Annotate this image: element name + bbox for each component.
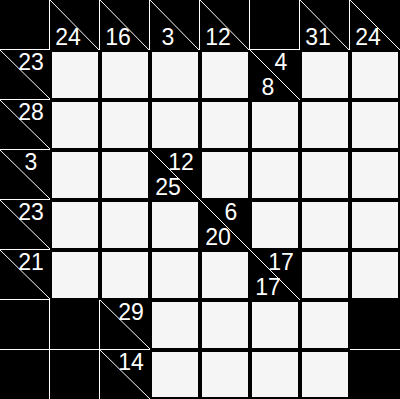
kakuro-board: 2416312312423482831225236202117172914 xyxy=(0,0,400,399)
entry-cell-r6c5[interactable] xyxy=(250,300,300,350)
entry-cell-r3c6[interactable] xyxy=(300,150,350,200)
entry-cell-r1c6[interactable] xyxy=(300,50,350,100)
across-clue-r7c2: 14 xyxy=(114,351,148,374)
entry-cell-r2c3[interactable] xyxy=(150,100,200,150)
entry-cell-r2c4[interactable] xyxy=(200,100,250,150)
down-clue-r0c2: 16 xyxy=(101,26,135,49)
clue-cell-r3c3: 1225 xyxy=(150,150,200,200)
entry-cell-r2c5[interactable] xyxy=(250,100,300,150)
entry-cell-r5c3[interactable] xyxy=(150,250,200,300)
entry-cell-r4c5[interactable] xyxy=(250,200,300,250)
entry-cell-r3c2[interactable] xyxy=(100,150,150,200)
clue-cell-r4c4: 620 xyxy=(200,200,250,250)
clue-cell-r0c4: 12 xyxy=(200,0,250,50)
entry-cell-r4c1[interactable] xyxy=(50,200,100,250)
across-clue-r2c0: 28 xyxy=(14,101,48,124)
across-clue-r4c0: 23 xyxy=(14,201,48,224)
entry-cell-r7c5[interactable] xyxy=(250,350,300,399)
across-clue-r4c4: 6 xyxy=(214,201,248,224)
entry-cell-r7c4[interactable] xyxy=(200,350,250,399)
block-cell-r6c0 xyxy=(0,300,50,350)
entry-cell-r5c7[interactable] xyxy=(350,250,400,300)
entry-cell-r1c2[interactable] xyxy=(100,50,150,100)
entry-cell-r4c7[interactable] xyxy=(350,200,400,250)
clue-cell-r0c7: 24 xyxy=(350,0,400,50)
entry-cell-r5c4[interactable] xyxy=(200,250,250,300)
entry-cell-r3c5[interactable] xyxy=(250,150,300,200)
block-cell-r0c5 xyxy=(250,0,300,50)
entry-cell-r6c6[interactable] xyxy=(300,300,350,350)
entry-cell-r4c3[interactable] xyxy=(150,200,200,250)
clue-cell-r1c0: 23 xyxy=(0,50,50,100)
entry-cell-r4c6[interactable] xyxy=(300,200,350,250)
entry-cell-r2c1[interactable] xyxy=(50,100,100,150)
down-clue-r0c7: 24 xyxy=(351,26,385,49)
block-cell-r7c1 xyxy=(50,350,100,399)
down-clue-r0c4: 12 xyxy=(201,26,235,49)
block-cell-r6c1 xyxy=(50,300,100,350)
entry-cell-r6c4[interactable] xyxy=(200,300,250,350)
entry-cell-r6c3[interactable] xyxy=(150,300,200,350)
block-cell-r6c7 xyxy=(350,300,400,350)
down-clue-r0c6: 31 xyxy=(301,26,335,49)
clue-cell-r4c0: 23 xyxy=(0,200,50,250)
entry-cell-r2c6[interactable] xyxy=(300,100,350,150)
clue-cell-r0c3: 3 xyxy=(150,0,200,50)
entry-cell-r1c3[interactable] xyxy=(150,50,200,100)
entry-cell-r5c6[interactable] xyxy=(300,250,350,300)
entry-cell-r1c1[interactable] xyxy=(50,50,100,100)
entry-cell-r5c2[interactable] xyxy=(100,250,150,300)
entry-cell-r3c1[interactable] xyxy=(50,150,100,200)
down-clue-r0c1: 24 xyxy=(51,26,85,49)
across-clue-r5c5: 17 xyxy=(264,251,298,274)
entry-cell-r1c4[interactable] xyxy=(200,50,250,100)
down-clue-r0c3: 3 xyxy=(151,26,185,49)
block-cell-r0c0 xyxy=(0,0,50,50)
clue-cell-r2c0: 28 xyxy=(0,100,50,150)
block-cell-r7c7 xyxy=(350,350,400,399)
across-clue-r3c3: 12 xyxy=(164,151,198,174)
clue-cell-r0c2: 16 xyxy=(100,0,150,50)
clue-cell-r6c2: 29 xyxy=(100,300,150,350)
entry-cell-r5c1[interactable] xyxy=(50,250,100,300)
clue-cell-r0c6: 31 xyxy=(300,0,350,50)
entry-cell-r2c2[interactable] xyxy=(100,100,150,150)
across-clue-r5c0: 21 xyxy=(14,251,48,274)
entry-cell-r3c4[interactable] xyxy=(200,150,250,200)
entry-cell-r4c2[interactable] xyxy=(100,200,150,250)
entry-cell-r7c3[interactable] xyxy=(150,350,200,399)
down-clue-r4c4: 20 xyxy=(201,226,235,249)
entry-cell-r2c7[interactable] xyxy=(350,100,400,150)
entry-cell-r3c7[interactable] xyxy=(350,150,400,200)
clue-cell-r5c0: 21 xyxy=(0,250,50,300)
across-clue-r1c0: 23 xyxy=(14,51,48,74)
entry-cell-r1c7[interactable] xyxy=(350,50,400,100)
clue-cell-r0c1: 24 xyxy=(50,0,100,50)
across-clue-r1c5: 4 xyxy=(264,51,298,74)
down-clue-r1c5: 8 xyxy=(251,76,285,99)
block-cell-r7c0 xyxy=(0,350,50,399)
clue-cell-r3c0: 3 xyxy=(0,150,50,200)
clue-cell-r1c5: 48 xyxy=(250,50,300,100)
down-clue-r5c5: 17 xyxy=(251,276,285,299)
clue-cell-r7c2: 14 xyxy=(100,350,150,399)
clue-cell-r5c5: 1717 xyxy=(250,250,300,300)
down-clue-r3c3: 25 xyxy=(151,176,185,199)
across-clue-r6c2: 29 xyxy=(114,301,148,324)
entry-cell-r7c6[interactable] xyxy=(300,350,350,399)
across-clue-r3c0: 3 xyxy=(14,151,48,174)
